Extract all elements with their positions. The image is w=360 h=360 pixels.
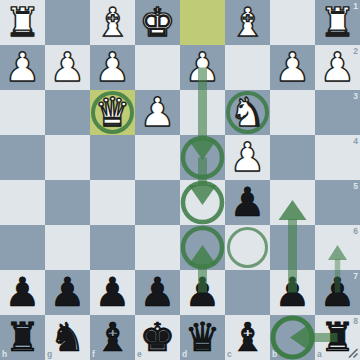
square-c6[interactable] — [225, 225, 270, 270]
piece-black-pawn-b7[interactable]: ♟ — [270, 270, 315, 315]
square-b1[interactable] — [270, 0, 315, 45]
piece-white-rook-a1[interactable]: ♜ — [315, 0, 360, 45]
square-b5[interactable] — [270, 180, 315, 225]
square-c7[interactable] — [225, 270, 270, 315]
square-g4[interactable] — [45, 135, 90, 180]
square-a5[interactable]: 5 — [315, 180, 360, 225]
square-h4[interactable] — [0, 135, 45, 180]
square-f5[interactable] — [90, 180, 135, 225]
piece-black-pawn-a7[interactable]: ♟ — [315, 270, 360, 315]
rank-label-4: 4 — [353, 137, 358, 146]
rank-label-3: 3 — [353, 92, 358, 101]
square-b8[interactable]: b — [270, 315, 315, 360]
square-d3[interactable] — [180, 90, 225, 135]
piece-black-king-e8[interactable]: ♚ — [135, 315, 180, 360]
square-e6[interactable] — [135, 225, 180, 270]
piece-white-pawn-e3[interactable]: ♟ — [135, 90, 180, 135]
piece-black-pawn-c5[interactable]: ♟ — [225, 180, 270, 225]
piece-white-knight-c3[interactable]: ♞ — [225, 90, 270, 135]
piece-black-bishop-f8[interactable]: ♝ — [90, 315, 135, 360]
piece-white-rook-h1[interactable]: ♜ — [0, 0, 45, 45]
square-g5[interactable] — [45, 180, 90, 225]
piece-black-pawn-h7[interactable]: ♟ — [0, 270, 45, 315]
rank-label-5: 5 — [353, 182, 358, 191]
piece-white-pawn-h2[interactable]: ♟ — [0, 45, 45, 90]
piece-black-queen-d8[interactable]: ♛ — [180, 315, 225, 360]
square-c2[interactable] — [225, 45, 270, 90]
piece-white-bishop-f1[interactable]: ♝ — [90, 0, 135, 45]
file-label-b: b — [272, 350, 277, 359]
square-a3[interactable]: 3 — [315, 90, 360, 135]
piece-black-pawn-e7[interactable]: ♟ — [135, 270, 180, 315]
square-g1[interactable] — [45, 0, 90, 45]
piece-white-pawn-a2[interactable]: ♟ — [315, 45, 360, 90]
piece-white-pawn-f2[interactable]: ♟ — [90, 45, 135, 90]
chess-board: 1234567hgfedcb8a ♜♝♛♚♝♞♜♟♟♟♟♟♟♟♟♟♞♟♛♟♟♟♟… — [0, 0, 360, 360]
piece-black-pawn-g7[interactable]: ♟ — [45, 270, 90, 315]
square-e2[interactable] — [135, 45, 180, 90]
square-a4[interactable]: 4 — [315, 135, 360, 180]
square-e5[interactable] — [135, 180, 180, 225]
resize-handle-icon[interactable] — [346, 346, 359, 359]
square-d5[interactable] — [180, 180, 225, 225]
piece-black-bishop-c8[interactable]: ♝ — [225, 315, 270, 360]
square-h3[interactable] — [0, 90, 45, 135]
piece-black-pawn-d7[interactable]: ♟ — [180, 270, 225, 315]
square-g3[interactable] — [45, 90, 90, 135]
square-b6[interactable] — [270, 225, 315, 270]
piece-white-queen-f3[interactable]: ♛ — [90, 90, 135, 135]
square-a6[interactable]: 6 — [315, 225, 360, 270]
square-e4[interactable] — [135, 135, 180, 180]
piece-white-pawn-b2[interactable]: ♟ — [270, 45, 315, 90]
square-f6[interactable] — [90, 225, 135, 270]
piece-black-knight-g8[interactable]: ♞ — [45, 315, 90, 360]
piece-white-king-e1[interactable]: ♚ — [135, 0, 180, 45]
rank-label-6: 6 — [353, 227, 358, 236]
square-b4[interactable] — [270, 135, 315, 180]
square-b3[interactable] — [270, 90, 315, 135]
piece-black-rook-h8[interactable]: ♜ — [0, 315, 45, 360]
square-g6[interactable] — [45, 225, 90, 270]
piece-white-pawn-c4[interactable]: ♟ — [225, 135, 270, 180]
square-d1[interactable] — [180, 0, 225, 45]
square-h5[interactable] — [0, 180, 45, 225]
piece-white-pawn-g2[interactable]: ♟ — [45, 45, 90, 90]
square-f4[interactable] — [90, 135, 135, 180]
piece-black-pawn-f7[interactable]: ♟ — [90, 270, 135, 315]
piece-white-pawn-d2[interactable]: ♟ — [180, 45, 225, 90]
square-d4[interactable] — [180, 135, 225, 180]
square-d6[interactable] — [180, 225, 225, 270]
piece-white-bishop-c1[interactable]: ♝ — [225, 0, 270, 45]
square-h6[interactable] — [0, 225, 45, 270]
